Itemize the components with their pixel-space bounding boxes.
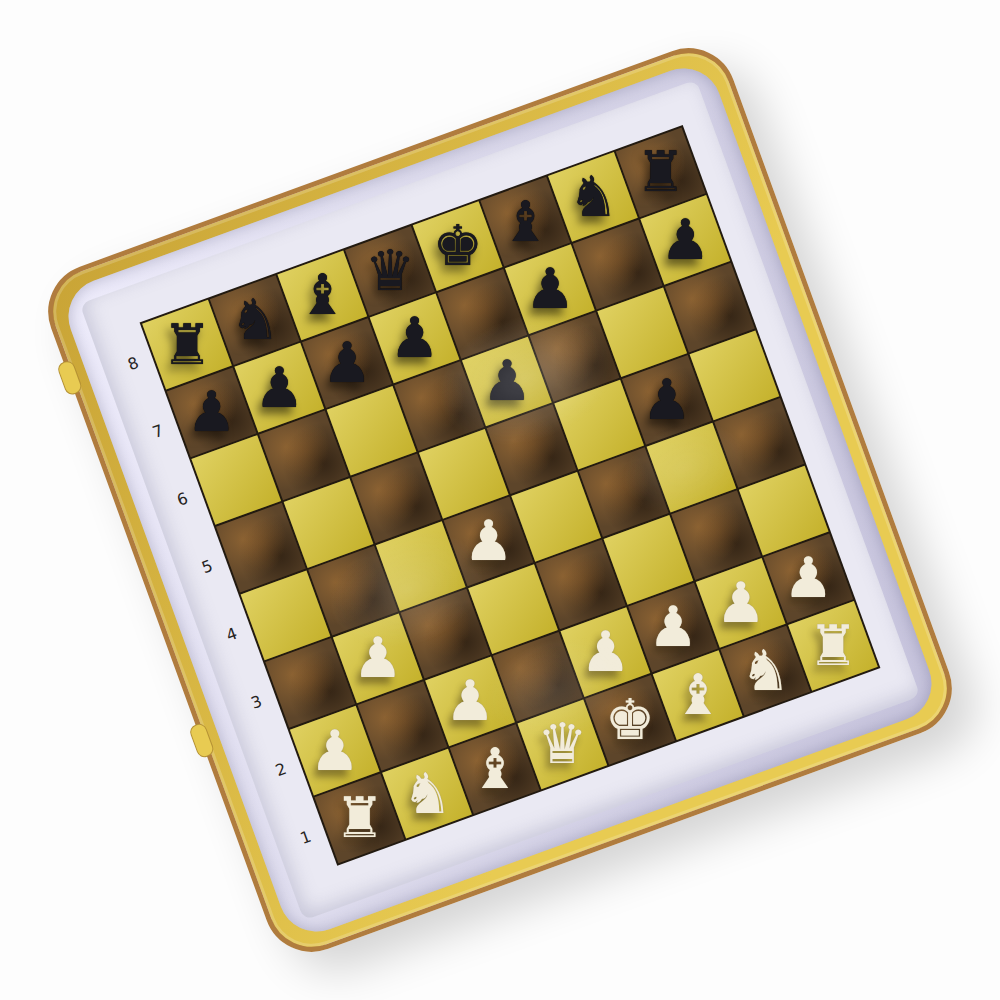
white-rook-h1[interactable]: ♜ [808, 618, 858, 674]
white-rook-a1[interactable]: ♜ [334, 790, 384, 846]
white-pawn-g2[interactable]: ♟ [716, 575, 766, 631]
white-pawn-e2[interactable]: ♟ [580, 624, 630, 680]
black-king-e8[interactable]: ♚ [433, 218, 483, 274]
black-pawn-f7[interactable]: ♟ [525, 261, 575, 317]
chess-tin: 87654321 ♜♞♝♛♚♝♞♜♟♟♟♟♟♟♟♟♟♟♟♟♟♟♟♟♜♞♝♛♚♝♞… [35, 35, 966, 966]
black-pawn-e6[interactable]: ♟ [482, 354, 532, 410]
white-bishop-c1[interactable]: ♝ [470, 741, 520, 797]
white-knight-g1[interactable]: ♞ [740, 643, 790, 699]
white-pawn-d4[interactable]: ♟ [463, 513, 513, 569]
black-knight-b8[interactable]: ♞ [230, 292, 280, 348]
black-pawn-b7[interactable]: ♟ [254, 360, 304, 416]
white-king-e1[interactable]: ♚ [605, 692, 655, 748]
board-plate: 87654321 ♜♞♝♛♚♝♞♜♟♟♟♟♟♟♟♟♟♟♟♟♟♟♟♟♜♞♝♛♚♝♞… [80, 80, 921, 921]
white-pawn-h2[interactable]: ♟ [783, 550, 833, 606]
black-rook-h8[interactable]: ♜ [635, 144, 685, 200]
black-bishop-c8[interactable]: ♝ [297, 267, 347, 323]
white-pawn-c2[interactable]: ♟ [445, 673, 495, 729]
black-bishop-f8[interactable]: ♝ [500, 194, 550, 250]
black-rook-a8[interactable]: ♜ [162, 317, 212, 373]
photo-scene: 87654321 ♜♞♝♛♚♝♞♜♟♟♟♟♟♟♟♟♟♟♟♟♟♟♟♟♜♞♝♛♚♝♞… [0, 0, 1000, 1000]
black-knight-g8[interactable]: ♞ [568, 169, 618, 225]
white-bishop-f1[interactable]: ♝ [673, 667, 723, 723]
white-pawn-f2[interactable]: ♟ [648, 600, 698, 656]
white-knight-b1[interactable]: ♞ [402, 766, 452, 822]
black-queen-d8[interactable]: ♛ [365, 243, 415, 299]
black-pawn-g5[interactable]: ♟ [642, 372, 692, 428]
black-pawn-a7[interactable]: ♟ [187, 384, 237, 440]
black-pawn-c7[interactable]: ♟ [322, 335, 372, 391]
tin-hinge-lug [188, 722, 216, 760]
white-pawn-b3[interactable]: ♟ [353, 630, 403, 686]
tin-hinge-lug [56, 359, 84, 397]
white-queen-d1[interactable]: ♛ [537, 716, 587, 772]
tin-inner-wall: 87654321 ♜♞♝♛♚♝♞♜♟♟♟♟♟♟♟♟♟♟♟♟♟♟♟♟♜♞♝♛♚♝♞… [58, 58, 942, 942]
chess-board[interactable]: ♜♞♝♛♚♝♞♜♟♟♟♟♟♟♟♟♟♟♟♟♟♟♟♟♜♞♝♛♚♝♞♜ [140, 125, 881, 866]
white-pawn-a2[interactable]: ♟ [310, 723, 360, 779]
black-pawn-d7[interactable]: ♟ [389, 310, 439, 366]
black-pawn-h7[interactable]: ♟ [660, 212, 710, 268]
